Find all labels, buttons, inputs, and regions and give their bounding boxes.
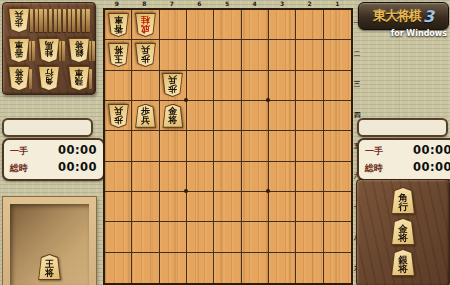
gote-hand-pawn-stack-slat: [81, 9, 85, 32]
file-label-1: 1: [327, 0, 347, 7]
app-window: 歩兵香車桂馬銀将金将角行飛車 一手 00:00 総時 00:00 王将 香車成桂…: [0, 0, 450, 285]
file-label-2: 2: [300, 0, 320, 7]
shogi-board: 香車成桂玉将歩兵歩兵歩兵歩兵金将: [103, 8, 353, 285]
app-logo: 東大将棋 3: [358, 2, 449, 30]
board-square-7八[interactable]: [160, 222, 187, 252]
gote-hand-pawn-stack-slat: [48, 9, 52, 32]
board-square-2七[interactable]: [296, 192, 323, 222]
gote-hand-pawn-stack-slat: [76, 9, 80, 32]
sente-move-time-label: 一手: [365, 145, 383, 158]
gote-hand-pawn-stack-slat: [67, 9, 71, 32]
board-square-2六[interactable]: [296, 162, 323, 192]
gote-piece-角行[interactable]: 角行: [38, 66, 60, 91]
board-square-5九[interactable]: [214, 253, 241, 283]
board-square-3九[interactable]: [269, 253, 296, 283]
board-square-3八[interactable]: [269, 222, 296, 252]
gote-hand-stack-edge: [61, 41, 65, 61]
board-square-5四[interactable]: [214, 101, 241, 131]
board-square-3五[interactable]: [269, 131, 296, 161]
sente-hand-slot-銀将: 銀将: [391, 249, 415, 276]
gote-hand-slot-香車: 香車: [8, 38, 30, 63]
gote-move-time: 00:00: [58, 143, 97, 157]
piece-box-interior: 王将: [10, 204, 89, 285]
sente-hand-slot-角行: 角行: [391, 187, 415, 214]
sente-hand-tray: 角行金将銀将: [356, 179, 450, 285]
board-square-7六[interactable]: [160, 162, 187, 192]
gote-total-time-label: 総時: [10, 162, 28, 175]
rank-label-三: 三: [352, 80, 362, 89]
gote-piece-桂馬[interactable]: 桂馬: [38, 38, 60, 63]
gote-hand-slot-飛車: 飛車: [68, 66, 90, 91]
sente-move-time: 00:00: [413, 143, 450, 157]
gote-hand-slot-角行: 角行: [38, 66, 60, 91]
board-square-4二[interactable]: [242, 40, 269, 70]
gote-piece-飛車[interactable]: 飛車: [68, 66, 90, 91]
board-square-9八[interactable]: [105, 222, 132, 252]
board-square-8九[interactable]: [132, 253, 159, 283]
board-square-3六[interactable]: [269, 162, 296, 192]
board-square-2九[interactable]: [296, 253, 323, 283]
board-square-3四[interactable]: [269, 101, 296, 131]
board-square-4九[interactable]: [242, 253, 269, 283]
board-square-4一[interactable]: [242, 10, 269, 40]
board-square-6九[interactable]: [187, 253, 214, 283]
sente-clock: 一手 00:00 総時 00:00: [357, 138, 450, 181]
board-square-5七[interactable]: [214, 192, 241, 222]
sente-total-time: 00:00: [413, 160, 450, 174]
sente-piece-歩兵[interactable]: 歩兵: [135, 104, 156, 128]
gote-hand-slot-桂馬: 桂馬: [38, 38, 60, 63]
board-square-9一[interactable]: 香車: [105, 10, 132, 40]
gote-hand-pawn-stack-slat: [34, 9, 38, 32]
board-square-8三[interactable]: [132, 71, 159, 101]
board-square-3七[interactable]: [269, 192, 296, 222]
sente-hand-slot-金将: 金将: [391, 218, 415, 245]
board-square-6八[interactable]: [187, 222, 214, 252]
board-square-8一[interactable]: 成桂: [132, 10, 159, 40]
gote-hand-tray: 歩兵香車桂馬銀将金将角行飛車: [2, 2, 96, 95]
gote-piece-成桂[interactable]: 成桂: [135, 13, 156, 37]
board-square-8四[interactable]: 歩兵: [132, 101, 159, 131]
board-square-7一[interactable]: [160, 10, 187, 40]
board-square-5六[interactable]: [214, 162, 241, 192]
board-square-2四[interactable]: [296, 101, 323, 131]
gote-hand-pawn-stack-slat: [71, 9, 75, 32]
gote-hand-pawn-stack-slat: [57, 9, 61, 32]
board-star-point: [184, 98, 188, 102]
gote-clock: 一手 00:00 総時 00:00: [2, 138, 105, 181]
board-square-2三[interactable]: [296, 71, 323, 101]
gote-hand-pawn-stack-slat: [62, 9, 66, 32]
board-square-8八[interactable]: [132, 222, 159, 252]
gote-piece-歩兵[interactable]: 歩兵: [108, 104, 129, 128]
gote-total-time: 00:00: [58, 160, 97, 174]
board-square-5三[interactable]: [214, 71, 241, 101]
board-square-1一[interactable]: [324, 10, 351, 40]
sente-piece-王将[interactable]: 王将: [38, 254, 61, 280]
piece-box-slot-王将: 王将: [38, 254, 61, 280]
board-square-3一[interactable]: [269, 10, 296, 40]
file-label-4: 4: [245, 0, 265, 7]
file-label-8: 8: [134, 0, 154, 7]
board-square-8七[interactable]: [132, 192, 159, 222]
gote-hand-stack-edge: [31, 41, 35, 61]
board-square-4三[interactable]: [242, 71, 269, 101]
board-square-6六[interactable]: [187, 162, 214, 192]
board-square-5八[interactable]: [214, 222, 241, 252]
piece-box: 王将: [2, 196, 97, 285]
board-square-9三[interactable]: [105, 71, 132, 101]
gote-piece-金将[interactable]: 金将: [8, 66, 30, 91]
gote-piece-歩兵[interactable]: 歩兵: [8, 8, 30, 33]
board-square-9二[interactable]: 玉将: [105, 40, 132, 70]
board-square-5一[interactable]: [214, 10, 241, 40]
board-square-4八[interactable]: [242, 222, 269, 252]
board-square-1八[interactable]: [324, 222, 351, 252]
board-square-1四[interactable]: [324, 101, 351, 131]
board-square-7二[interactable]: [160, 40, 187, 70]
board-square-6五[interactable]: [187, 131, 214, 161]
gote-hand-pawn-stack-slat: [53, 9, 57, 32]
board-square-1三[interactable]: [324, 71, 351, 101]
board-square-1九[interactable]: [324, 253, 351, 283]
file-label-9: 9: [107, 0, 127, 7]
board-square-6七[interactable]: [187, 192, 214, 222]
gote-move-time-label: 一手: [10, 145, 28, 158]
sente-piece-銀将[interactable]: 銀将: [391, 249, 415, 276]
gote-piece-香車[interactable]: 香車: [108, 13, 129, 37]
gote-piece-香車[interactable]: 香車: [8, 38, 30, 63]
file-label-3: 3: [272, 0, 292, 7]
board-square-8二[interactable]: 歩兵: [132, 40, 159, 70]
gote-piece-歩兵[interactable]: 歩兵: [162, 73, 183, 97]
board-square-9六[interactable]: [105, 162, 132, 192]
board-square-4五[interactable]: [242, 131, 269, 161]
board-square-7三[interactable]: 歩兵: [160, 71, 187, 101]
logo-version: 3: [423, 7, 434, 26]
board-square-7七[interactable]: [160, 192, 187, 222]
board-square-1二[interactable]: [324, 40, 351, 70]
gote-name-plate: [2, 118, 93, 137]
gote-piece-銀将[interactable]: 銀将: [68, 38, 90, 63]
file-label-7: 7: [162, 0, 182, 7]
file-label-6: 6: [189, 0, 209, 7]
file-label-5: 5: [217, 0, 237, 7]
gote-hand-pawn-stack-slat: [85, 9, 89, 32]
logo-subtitle: for Windows: [358, 29, 447, 38]
board-square-2一[interactable]: [296, 10, 323, 40]
board-square-4四[interactable]: [242, 101, 269, 131]
gote-hand-stack-edge: [91, 41, 95, 61]
gote-hand-slot-銀将: 銀将: [68, 38, 90, 63]
gote-piece-歩兵[interactable]: 歩兵: [135, 43, 156, 67]
board-square-2二[interactable]: [296, 40, 323, 70]
board-square-6四[interactable]: [187, 101, 214, 131]
board-square-9四[interactable]: 歩兵: [105, 101, 132, 131]
board-square-6三[interactable]: [187, 71, 214, 101]
gote-hand-slot-歩兵: 歩兵: [8, 8, 30, 33]
board-square-6二[interactable]: [187, 40, 214, 70]
sente-name-plate: [357, 118, 448, 137]
gote-hand-slot-金将: 金将: [8, 66, 30, 91]
board-square-5五[interactable]: [214, 131, 241, 161]
board-square-3三[interactable]: [269, 71, 296, 101]
board-square-2八[interactable]: [296, 222, 323, 252]
board-square-9五[interactable]: [105, 131, 132, 161]
board-square-4六[interactable]: [242, 162, 269, 192]
board-square-7五[interactable]: [160, 131, 187, 161]
sente-piece-金将[interactable]: 金将: [162, 104, 183, 128]
board-square-8六[interactable]: [132, 162, 159, 192]
rank-label-二: 二: [352, 50, 362, 59]
sente-total-time-label: 総時: [365, 162, 383, 175]
board-square-1六[interactable]: [324, 162, 351, 192]
gote-piece-玉将[interactable]: 玉将: [108, 43, 129, 67]
board-square-2五[interactable]: [296, 131, 323, 161]
gote-hand-pawn-stack-slat: [43, 9, 47, 32]
board-square-7九[interactable]: [160, 253, 187, 283]
board-square-1五[interactable]: [324, 131, 351, 161]
logo-title: 東大将棋: [373, 7, 421, 25]
board-square-3二[interactable]: [269, 40, 296, 70]
board-square-6一[interactable]: [187, 10, 214, 40]
board-square-1七[interactable]: [324, 192, 351, 222]
board-square-9九[interactable]: [105, 253, 132, 283]
board-square-8五[interactable]: [132, 131, 159, 161]
sente-piece-角行[interactable]: 角行: [391, 187, 415, 214]
board-square-7四[interactable]: 金将: [160, 101, 187, 131]
board-square-4七[interactable]: [242, 192, 269, 222]
board-square-5二[interactable]: [214, 40, 241, 70]
sente-piece-金将[interactable]: 金将: [391, 218, 415, 245]
gote-hand-pawn-stack-slat: [38, 9, 42, 32]
board-square-9七[interactable]: [105, 192, 132, 222]
